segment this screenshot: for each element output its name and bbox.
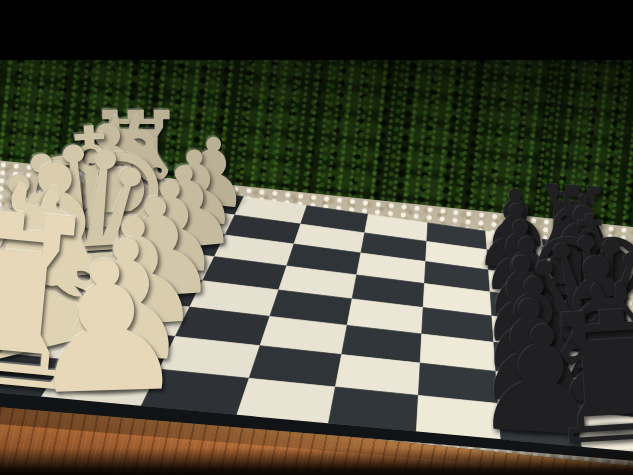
letterbox-bottom-shade xyxy=(0,448,633,475)
piece-white-pawn-a2[interactable]: ♟ xyxy=(23,236,190,421)
letterbox-top-bar xyxy=(0,0,633,60)
piece-black-rook-a8[interactable]: ♜ xyxy=(530,284,633,473)
piece-layer: ♜♟♞♟♝♟♟♜♚♟♟♞♛♟♟♝♝♟♚♟♟♞♛♟♟♝♜♟♟♞♟♜ xyxy=(0,0,633,475)
chess-scene: ♜♟♞♟♝♟♟♜♚♟♟♞♛♟♟♝♝♟♚♟♟♞♛♟♟♝♜♟♟♞♟♜ xyxy=(0,0,633,475)
